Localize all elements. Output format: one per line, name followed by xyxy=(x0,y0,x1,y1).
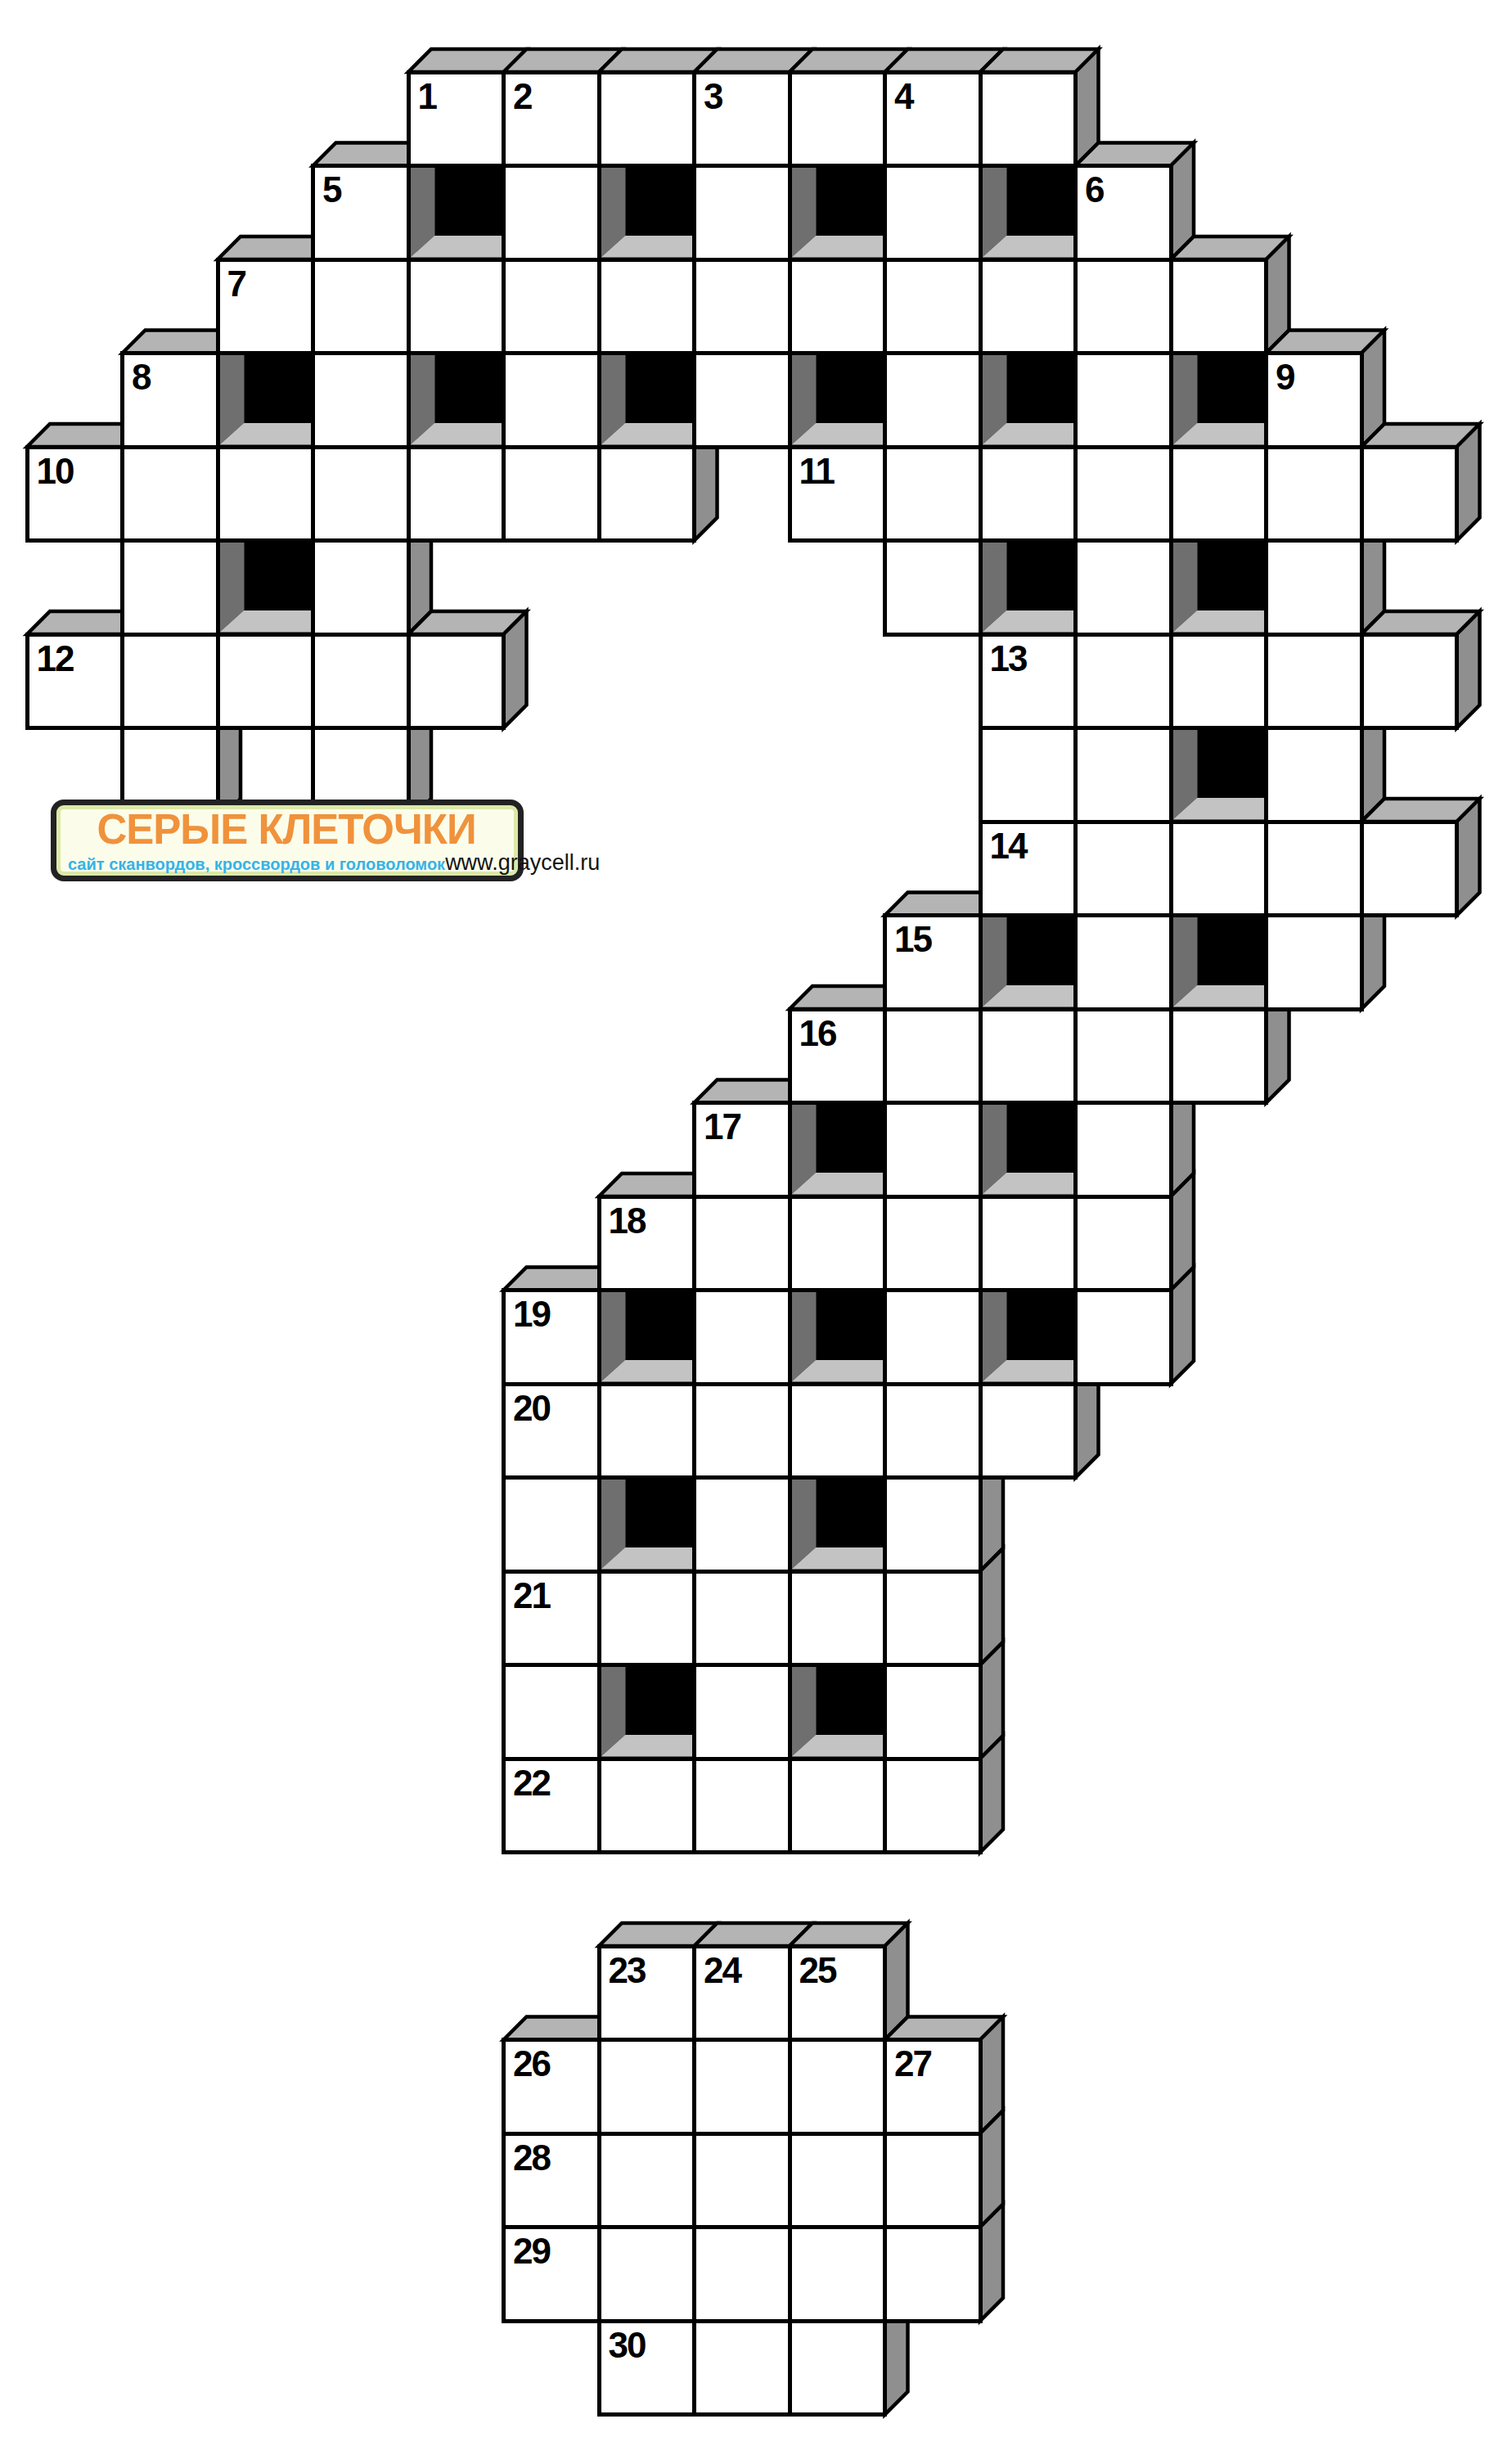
cell-r19-c5[interactable]: 22 xyxy=(502,1757,601,1855)
cell-r9-c10[interactable]: 14 xyxy=(979,820,1078,918)
cell-r19-c8[interactable] xyxy=(788,1757,888,1855)
cell-r13-c11[interactable] xyxy=(1073,1195,1173,1293)
cell-r10-c10 xyxy=(979,913,1078,1011)
cell-r13-c7[interactable] xyxy=(692,1195,792,1293)
cell-r12-c11[interactable] xyxy=(1073,1101,1173,1199)
cell-r23-c5[interactable]: 28 xyxy=(502,2132,601,2230)
cell-r10-c9[interactable]: 15 xyxy=(883,913,983,1011)
cell-r7-c11[interactable] xyxy=(1073,633,1173,731)
cell-r14-c5[interactable]: 19 xyxy=(502,1288,601,1386)
cell-r3-c11[interactable] xyxy=(1073,258,1173,356)
cell-r9-c14[interactable] xyxy=(1360,820,1460,918)
cell-r15-c7[interactable] xyxy=(692,1382,792,1480)
cell-r5-c13[interactable] xyxy=(1264,445,1364,543)
cell-r4-c1[interactable]: 8 xyxy=(120,351,220,449)
cell-r18-c8 xyxy=(788,1663,888,1761)
cell-r4-c10 xyxy=(979,351,1078,449)
cell-r18-c9[interactable] xyxy=(883,1663,983,1761)
cell-r4-c11[interactable] xyxy=(1073,351,1173,449)
cell-r2-c8 xyxy=(788,164,888,262)
cell-r5-c4[interactable] xyxy=(407,445,506,543)
cell-r2-c3[interactable]: 5 xyxy=(311,164,411,262)
cell-r14-c7[interactable] xyxy=(692,1288,792,1386)
cell-r7-c0[interactable]: 12 xyxy=(25,633,125,731)
cell-r6-c10 xyxy=(979,538,1078,637)
cell-r19-c7[interactable] xyxy=(692,1757,792,1855)
cell-r23-c6[interactable] xyxy=(597,2132,697,2230)
cell-r22-c5[interactable]: 26 xyxy=(502,2038,601,2136)
logo-bottom: сайт сканвордов, кроссвордов и головолом… xyxy=(68,850,505,876)
cell-r10-c12 xyxy=(1169,913,1269,1011)
cell-r13-c9[interactable] xyxy=(883,1195,983,1293)
clue-number: 9 xyxy=(1276,358,1294,397)
clue-number: 16 xyxy=(799,1014,836,1053)
cell-r4-c3[interactable] xyxy=(311,351,411,449)
cell-r4-c13[interactable]: 9 xyxy=(1264,351,1364,449)
clue-number: 29 xyxy=(513,2232,550,2271)
cell-r11-c8[interactable]: 16 xyxy=(788,1007,888,1106)
cell-r3-c5[interactable] xyxy=(502,258,601,356)
cell-r4-c8 xyxy=(788,351,888,449)
cell-r6-c12 xyxy=(1169,538,1269,637)
cell-r16-c8 xyxy=(788,1475,888,1574)
clue-number: 21 xyxy=(513,1576,550,1615)
clue-number: 15 xyxy=(894,920,931,959)
cell-r3-c7[interactable] xyxy=(692,258,792,356)
cell-r1-c4[interactable]: 1 xyxy=(407,70,506,169)
cell-r1-c8[interactable] xyxy=(788,70,888,169)
cell-r8-c10[interactable] xyxy=(979,726,1078,824)
cell-r13-c6[interactable]: 18 xyxy=(597,1195,697,1293)
cell-r9-c11[interactable] xyxy=(1073,820,1173,918)
cell-r12-c9[interactable] xyxy=(883,1101,983,1199)
logo-subtitle: сайт сканвордов, кроссвордов и головолом… xyxy=(68,855,445,874)
cell-r24-c9[interactable] xyxy=(883,2225,983,2323)
cell-r9-c12[interactable] xyxy=(1169,820,1269,918)
logo-title: СЕРЫЕ КЛЕТОЧКИ xyxy=(68,809,505,850)
clue-number: 7 xyxy=(227,264,245,304)
clue-number: 12 xyxy=(37,639,74,678)
clue-number: 17 xyxy=(704,1107,740,1146)
clue-number: 1 xyxy=(418,77,436,116)
cell-r4-c9[interactable] xyxy=(883,351,983,449)
cell-r2-c4 xyxy=(407,164,506,262)
clue-number: 13 xyxy=(990,639,1027,678)
cell-r14-c10 xyxy=(979,1288,1078,1386)
cell-r12-c10 xyxy=(979,1101,1078,1199)
cell-r5-c3[interactable] xyxy=(311,445,411,543)
cell-r1-c9[interactable]: 4 xyxy=(883,70,983,169)
clue-number: 22 xyxy=(513,1764,550,1803)
cell-r16-c9[interactable] xyxy=(883,1475,983,1574)
cell-r5-c11[interactable] xyxy=(1073,445,1173,543)
cell-r22-c6[interactable] xyxy=(597,2038,697,2136)
cell-r21-c7[interactable]: 24 xyxy=(692,1944,792,2043)
clue-number: 28 xyxy=(513,2138,550,2178)
cell-r22-c7[interactable] xyxy=(692,2038,792,2136)
cell-r5-c5[interactable] xyxy=(502,445,601,543)
clue-number: 4 xyxy=(894,77,912,116)
cell-r23-c7[interactable] xyxy=(692,2132,792,2230)
cell-r1-c7[interactable]: 3 xyxy=(692,70,792,169)
cell-r10-c11[interactable] xyxy=(1073,913,1173,1011)
cell-r22-c8[interactable] xyxy=(788,2038,888,2136)
clue-number: 6 xyxy=(1085,170,1103,209)
cell-r8-c12 xyxy=(1169,726,1269,824)
cell-r4-c12 xyxy=(1169,351,1269,449)
cell-r7-c4[interactable] xyxy=(407,633,506,731)
clue-number: 8 xyxy=(132,358,150,397)
cell-r25-c7[interactable] xyxy=(692,2319,792,2417)
clue-number: 14 xyxy=(990,827,1027,866)
cell-r24-c5[interactable]: 29 xyxy=(502,2225,601,2323)
cell-r6-c11[interactable] xyxy=(1073,538,1173,637)
cell-r14-c9[interactable] xyxy=(883,1288,983,1386)
cell-r24-c8[interactable] xyxy=(788,2225,888,2323)
cell-r25-c8[interactable] xyxy=(788,2319,888,2417)
cell-r15-c9[interactable] xyxy=(883,1382,983,1480)
cell-r16-c5[interactable] xyxy=(502,1475,601,1574)
cell-r5-c9[interactable] xyxy=(883,445,983,543)
cell-r6-c9[interactable] xyxy=(883,538,983,637)
cell-r3-c3[interactable] xyxy=(311,258,411,356)
cell-r12-c7[interactable]: 17 xyxy=(692,1101,792,1199)
cell-r10-c13[interactable] xyxy=(1264,913,1364,1011)
cell-r7-c10[interactable]: 13 xyxy=(979,633,1078,731)
cell-r7-c14[interactable] xyxy=(1360,633,1460,731)
cell-r9-c13[interactable] xyxy=(1264,820,1364,918)
cell-r18-c6 xyxy=(597,1663,697,1761)
cell-r3-c8[interactable] xyxy=(788,258,888,356)
clue-number: 3 xyxy=(704,77,722,116)
clue-number: 18 xyxy=(609,1201,646,1241)
cell-r19-c6[interactable] xyxy=(597,1757,697,1855)
cell-r2-c11[interactable]: 6 xyxy=(1073,164,1173,262)
clue-number: 5 xyxy=(322,170,340,209)
cell-r4-c5[interactable] xyxy=(502,351,601,449)
cell-r23-c9[interactable] xyxy=(883,2132,983,2230)
logo-url: www.graycell.ru xyxy=(445,850,600,876)
cell-r11-c12[interactable] xyxy=(1169,1007,1269,1106)
cell-r11-c10[interactable] xyxy=(979,1007,1078,1106)
cell-r5-c14[interactable] xyxy=(1360,445,1460,543)
cell-r2-c6 xyxy=(597,164,697,262)
clue-number: 27 xyxy=(894,2044,931,2083)
cell-r17-c9[interactable] xyxy=(883,1570,983,1668)
cell-r23-c8[interactable] xyxy=(788,2132,888,2230)
cell-r17-c8[interactable] xyxy=(788,1570,888,1668)
clue-number: 23 xyxy=(609,1951,646,1990)
cell-r7-c3[interactable] xyxy=(311,633,411,731)
cell-r17-c5[interactable]: 21 xyxy=(502,1570,601,1668)
cell-r1-c6[interactable] xyxy=(597,70,697,169)
cell-r18-c7[interactable] xyxy=(692,1663,792,1761)
cell-r6-c3[interactable] xyxy=(311,538,411,637)
clue-number: 25 xyxy=(799,1951,836,1990)
cell-r18-c5[interactable] xyxy=(502,1663,601,1761)
cell-r13-c10[interactable] xyxy=(979,1195,1078,1293)
cell-r14-c6 xyxy=(597,1288,697,1386)
site-logo: СЕРЫЕ КЛЕТОЧКИ сайт сканвордов, кроссвор… xyxy=(51,800,524,881)
cell-r8-c13[interactable] xyxy=(1264,726,1364,824)
cell-r16-c6 xyxy=(597,1475,697,1574)
cell-r3-c2[interactable]: 7 xyxy=(216,258,316,356)
cell-r2-c5[interactable] xyxy=(502,164,601,262)
cell-r2-c9[interactable] xyxy=(883,164,983,262)
cell-r16-c7[interactable] xyxy=(692,1475,792,1574)
cell-r3-c12[interactable] xyxy=(1169,258,1269,356)
cell-r15-c8[interactable] xyxy=(788,1382,888,1480)
cell-r6-c2 xyxy=(216,538,316,637)
cell-r22-c9[interactable]: 27 xyxy=(883,2038,983,2136)
cell-r15-c10[interactable] xyxy=(979,1382,1078,1480)
cell-r3-c6[interactable] xyxy=(597,258,697,356)
cell-r1-c10[interactable] xyxy=(979,70,1078,169)
cell-r24-c6[interactable] xyxy=(597,2225,697,2323)
cell-r4-c2 xyxy=(216,351,316,449)
crossword-board: 1234567891011121314151617181920212223242… xyxy=(0,0,1512,2455)
clue-number: 20 xyxy=(513,1389,550,1428)
cell-r4-c4 xyxy=(407,351,506,449)
clue-number: 26 xyxy=(513,2044,550,2083)
cell-r11-c11[interactable] xyxy=(1073,1007,1173,1106)
cell-r14-c11[interactable] xyxy=(1073,1288,1173,1386)
cell-r7-c2[interactable] xyxy=(216,633,316,731)
cell-r5-c8[interactable]: 11 xyxy=(788,445,888,543)
clue-number: 10 xyxy=(37,452,74,491)
cell-r5-c0[interactable]: 10 xyxy=(25,445,125,543)
cell-r7-c13[interactable] xyxy=(1264,633,1364,731)
clue-number: 11 xyxy=(799,452,835,491)
clue-number: 24 xyxy=(704,1951,740,1990)
cell-r19-c9[interactable] xyxy=(883,1757,983,1855)
cell-r21-c6[interactable]: 23 xyxy=(597,1944,697,2043)
cell-r5-c12[interactable] xyxy=(1169,445,1269,543)
cell-r11-c9[interactable] xyxy=(883,1007,983,1106)
cell-r4-c7[interactable] xyxy=(692,351,792,449)
cell-r14-c8 xyxy=(788,1288,888,1386)
cell-r8-c11[interactable] xyxy=(1073,726,1173,824)
clue-number: 19 xyxy=(513,1295,550,1334)
cell-r5-c6[interactable] xyxy=(597,445,697,543)
cell-r17-c7[interactable] xyxy=(692,1570,792,1668)
cell-r5-c1[interactable] xyxy=(120,445,220,543)
cell-r21-c8[interactable]: 25 xyxy=(788,1944,888,2043)
cell-r3-c9[interactable] xyxy=(883,258,983,356)
clue-number: 30 xyxy=(609,2326,646,2365)
cell-r3-c10[interactable] xyxy=(979,258,1078,356)
cell-r24-c7[interactable] xyxy=(692,2225,792,2323)
cell-r5-c2[interactable] xyxy=(216,445,316,543)
cell-r13-c8[interactable] xyxy=(788,1195,888,1293)
cell-r2-c7[interactable] xyxy=(692,164,792,262)
cell-r1-c5[interactable]: 2 xyxy=(502,70,601,169)
cell-r6-c1[interactable] xyxy=(120,538,220,637)
cell-r7-c12[interactable] xyxy=(1169,633,1269,731)
cell-r15-c6[interactable] xyxy=(597,1382,697,1480)
cell-r3-c4[interactable] xyxy=(407,258,506,356)
cell-r15-c5[interactable]: 20 xyxy=(502,1382,601,1480)
clue-number: 2 xyxy=(513,77,531,116)
cell-r25-c6[interactable]: 30 xyxy=(597,2319,697,2417)
cell-r17-c6[interactable] xyxy=(597,1570,697,1668)
cell-r7-c1[interactable] xyxy=(120,633,220,731)
cell-r5-c10[interactable] xyxy=(979,445,1078,543)
cell-r4-c6 xyxy=(597,351,697,449)
cell-r12-c8 xyxy=(788,1101,888,1199)
cell-r2-c10 xyxy=(979,164,1078,262)
cell-r6-c13[interactable] xyxy=(1264,538,1364,637)
